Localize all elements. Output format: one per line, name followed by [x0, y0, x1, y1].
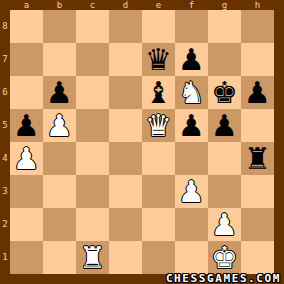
- file-label-c: c: [76, 0, 109, 10]
- square-a1[interactable]: [10, 241, 43, 274]
- square-c6[interactable]: [76, 76, 109, 109]
- square-e1[interactable]: [142, 241, 175, 274]
- square-f3[interactable]: ♟: [175, 175, 208, 208]
- square-g8[interactable]: [208, 10, 241, 43]
- rank-label-8: 8: [0, 10, 10, 43]
- square-e7[interactable]: ♛: [142, 43, 175, 76]
- file-label-a: a: [10, 0, 43, 10]
- piece-black-king-g6: ♚: [211, 76, 238, 109]
- rank-label-1: 1: [0, 241, 10, 274]
- square-d4[interactable]: [109, 142, 142, 175]
- file-labels: abcdefgh: [10, 0, 274, 10]
- square-h5[interactable]: [241, 109, 274, 142]
- square-f7[interactable]: ♟: [175, 43, 208, 76]
- square-b5[interactable]: ♟: [43, 109, 76, 142]
- square-g4[interactable]: [208, 142, 241, 175]
- square-e8[interactable]: [142, 10, 175, 43]
- square-b1[interactable]: [43, 241, 76, 274]
- square-d2[interactable]: [109, 208, 142, 241]
- square-f6[interactable]: ♞: [175, 76, 208, 109]
- square-c3[interactable]: [76, 175, 109, 208]
- square-e6[interactable]: ♝: [142, 76, 175, 109]
- square-h6[interactable]: ♟: [241, 76, 274, 109]
- chess-board: abcdefgh 87654321 ♛♟♟♝♞♚♟♟♟♛♟♟♟♜♟♟♜♚ CHE…: [0, 0, 284, 284]
- file-label-d: d: [109, 0, 142, 10]
- square-b7[interactable]: [43, 43, 76, 76]
- square-b6[interactable]: ♟: [43, 76, 76, 109]
- piece-white-pawn-f3: ♟: [178, 175, 205, 208]
- piece-white-queen-e5: ♛: [145, 109, 172, 142]
- square-h2[interactable]: [241, 208, 274, 241]
- piece-white-knight-f6: ♞: [178, 76, 205, 109]
- square-c7[interactable]: [76, 43, 109, 76]
- square-e2[interactable]: [142, 208, 175, 241]
- piece-black-pawn-g5: ♟: [211, 109, 238, 142]
- piece-black-queen-e7: ♛: [145, 43, 172, 76]
- square-f4[interactable]: [175, 142, 208, 175]
- square-a8[interactable]: [10, 10, 43, 43]
- square-g7[interactable]: [208, 43, 241, 76]
- rank-label-6: 6: [0, 76, 10, 109]
- square-d3[interactable]: [109, 175, 142, 208]
- square-f2[interactable]: [175, 208, 208, 241]
- square-c8[interactable]: [76, 10, 109, 43]
- square-c2[interactable]: [76, 208, 109, 241]
- rank-label-7: 7: [0, 43, 10, 76]
- square-f1[interactable]: [175, 241, 208, 274]
- piece-black-pawn-b6: ♟: [46, 76, 73, 109]
- square-h7[interactable]: [241, 43, 274, 76]
- piece-black-rook-h4: ♜: [244, 142, 271, 175]
- piece-white-pawn-g2: ♟: [211, 208, 238, 241]
- square-g5[interactable]: ♟: [208, 109, 241, 142]
- file-label-g: g: [208, 0, 241, 10]
- piece-black-pawn-f5: ♟: [178, 109, 205, 142]
- square-a3[interactable]: [10, 175, 43, 208]
- square-c5[interactable]: [76, 109, 109, 142]
- file-label-h: h: [241, 0, 274, 10]
- square-e3[interactable]: [142, 175, 175, 208]
- piece-black-bishop-e6: ♝: [145, 76, 172, 109]
- rank-labels: 87654321: [0, 10, 10, 274]
- file-label-b: b: [43, 0, 76, 10]
- square-f8[interactable]: [175, 10, 208, 43]
- square-e5[interactable]: ♛: [142, 109, 175, 142]
- square-h1[interactable]: [241, 241, 274, 274]
- piece-black-pawn-h6: ♟: [244, 76, 271, 109]
- square-g1[interactable]: ♚: [208, 241, 241, 274]
- square-g3[interactable]: [208, 175, 241, 208]
- square-b3[interactable]: [43, 175, 76, 208]
- square-a2[interactable]: [10, 208, 43, 241]
- rank-label-2: 2: [0, 208, 10, 241]
- square-d8[interactable]: [109, 10, 142, 43]
- site-brand-label: CHESSGAMES.COM: [166, 273, 281, 284]
- square-a5[interactable]: ♟: [10, 109, 43, 142]
- piece-white-pawn-a4: ♟: [13, 142, 40, 175]
- square-c4[interactable]: [76, 142, 109, 175]
- square-b4[interactable]: [43, 142, 76, 175]
- piece-white-king-g1: ♚: [211, 241, 238, 274]
- square-g6[interactable]: ♚: [208, 76, 241, 109]
- square-a4[interactable]: ♟: [10, 142, 43, 175]
- piece-black-pawn-a5: ♟: [13, 109, 40, 142]
- file-label-e: e: [142, 0, 175, 10]
- square-d6[interactable]: [109, 76, 142, 109]
- square-e4[interactable]: [142, 142, 175, 175]
- piece-white-rook-c1: ♜: [79, 241, 106, 274]
- piece-black-pawn-f7: ♟: [178, 43, 205, 76]
- file-label-f: f: [175, 0, 208, 10]
- square-a6[interactable]: [10, 76, 43, 109]
- square-h8[interactable]: [241, 10, 274, 43]
- square-d7[interactable]: [109, 43, 142, 76]
- board-grid: ♛♟♟♝♞♚♟♟♟♛♟♟♟♜♟♟♜♚: [10, 10, 274, 274]
- piece-white-pawn-b5: ♟: [46, 109, 73, 142]
- rank-label-3: 3: [0, 175, 10, 208]
- square-b8[interactable]: [43, 10, 76, 43]
- square-c1[interactable]: ♜: [76, 241, 109, 274]
- square-f5[interactable]: ♟: [175, 109, 208, 142]
- square-d5[interactable]: [109, 109, 142, 142]
- square-h3[interactable]: [241, 175, 274, 208]
- square-g2[interactable]: ♟: [208, 208, 241, 241]
- square-d1[interactable]: [109, 241, 142, 274]
- square-h4[interactable]: ♜: [241, 142, 274, 175]
- square-a7[interactable]: [10, 43, 43, 76]
- square-b2[interactable]: [43, 208, 76, 241]
- rank-label-5: 5: [0, 109, 10, 142]
- rank-label-4: 4: [0, 142, 10, 175]
